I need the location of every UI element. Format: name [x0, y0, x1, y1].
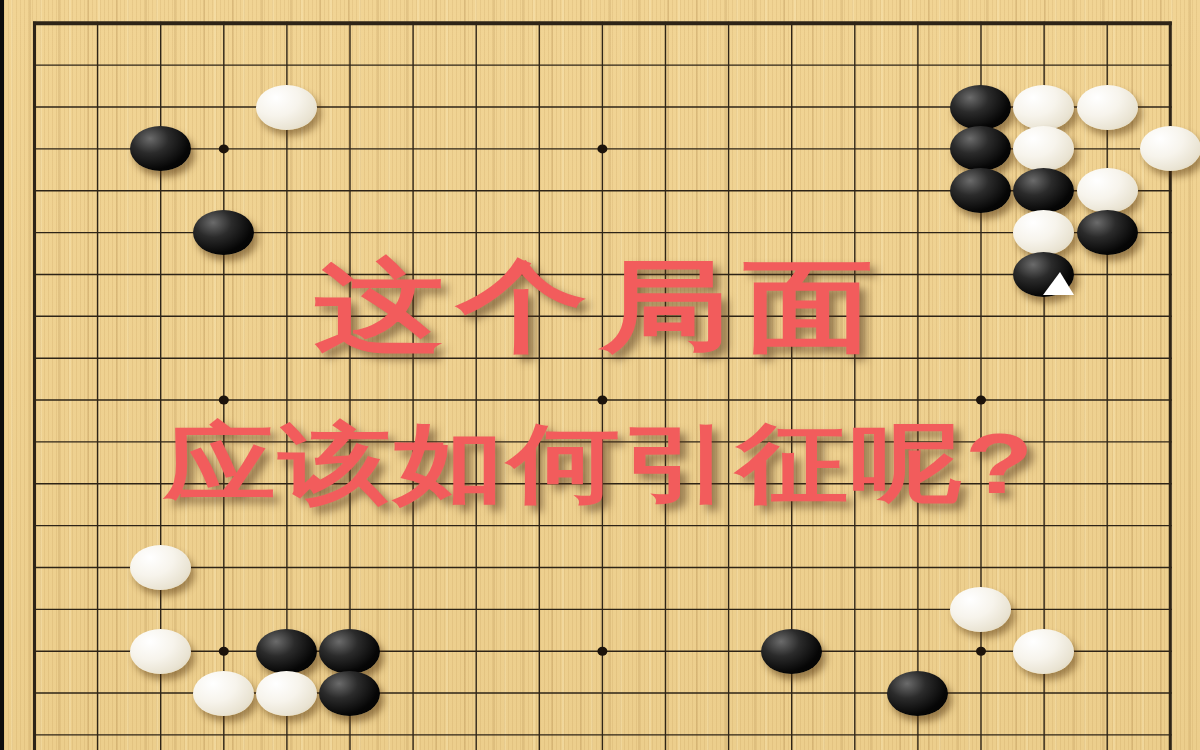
go-board-frame: 这个局面 应该如何引征呢? — [0, 0, 1200, 750]
white-stone — [130, 545, 191, 590]
black-stone — [256, 629, 317, 674]
black-stone — [319, 671, 380, 716]
white-stone — [256, 671, 317, 716]
white-stone — [193, 671, 254, 716]
black-stone — [950, 85, 1011, 130]
white-stone — [950, 587, 1011, 632]
white-stone — [130, 629, 191, 674]
black-stone — [950, 126, 1011, 171]
black-stone — [1013, 168, 1074, 213]
black-stone — [193, 210, 254, 255]
white-stone — [1077, 168, 1138, 213]
black-stone — [950, 168, 1011, 213]
black-stone — [130, 126, 191, 171]
white-stone — [256, 85, 317, 130]
white-stone — [1140, 126, 1200, 171]
white-stone — [1013, 85, 1074, 130]
black-stone — [887, 671, 948, 716]
black-stone — [319, 629, 380, 674]
white-stone — [1077, 85, 1138, 130]
left-edge-strip — [0, 0, 4, 750]
black-stone — [761, 629, 822, 674]
white-stone — [1013, 126, 1074, 171]
caption-line-1: 这个局面 — [0, 256, 1200, 356]
black-stone — [1077, 210, 1138, 255]
white-stone — [1013, 629, 1074, 674]
caption-line-2: 应该如何引征呢? — [0, 420, 1200, 506]
white-stone — [1013, 210, 1074, 255]
go-board[interactable] — [3, 2, 1200, 750]
